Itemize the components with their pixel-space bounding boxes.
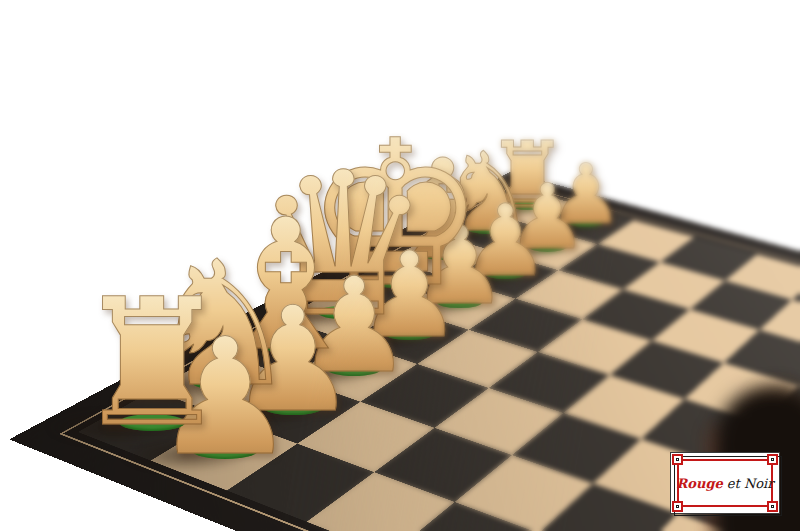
- logo-word-rouge: Rouge: [677, 476, 723, 491]
- logo-text: Rouge et Noir: [671, 453, 779, 513]
- product-photo-stage: ♜♞♝♛♚♝♞♜♟♟♟♟♟♟♟♟ Rouge et Noir: [0, 0, 800, 531]
- rouge-et-noir-logo: Rouge et Noir: [670, 452, 780, 514]
- logo-word-et-noir: et Noir: [727, 476, 774, 491]
